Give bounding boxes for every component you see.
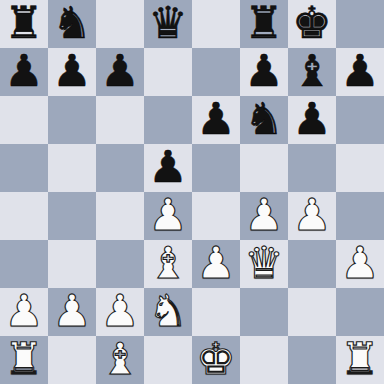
square-e5[interactable] xyxy=(192,144,240,192)
square-h5[interactable] xyxy=(336,144,384,192)
black-pawn[interactable]: ♟ xyxy=(4,47,43,95)
square-f5[interactable] xyxy=(240,144,288,192)
square-f4[interactable]: ♟ xyxy=(240,192,288,240)
square-d1[interactable] xyxy=(144,336,192,384)
square-h8[interactable] xyxy=(336,0,384,48)
white-bishop[interactable]: ♝ xyxy=(100,335,139,383)
square-f8[interactable]: ♜ xyxy=(240,0,288,48)
black-pawn[interactable]: ♟ xyxy=(52,47,91,95)
white-pawn[interactable]: ♟ xyxy=(4,287,43,335)
black-knight[interactable]: ♞ xyxy=(52,0,91,47)
white-rook[interactable]: ♜ xyxy=(340,335,379,383)
black-pawn[interactable]: ♟ xyxy=(100,47,139,95)
white-pawn[interactable]: ♟ xyxy=(148,191,187,239)
white-pawn[interactable]: ♟ xyxy=(52,287,91,335)
square-g1[interactable] xyxy=(288,336,336,384)
square-g8[interactable]: ♚ xyxy=(288,0,336,48)
square-f2[interactable] xyxy=(240,288,288,336)
square-g4[interactable]: ♟ xyxy=(288,192,336,240)
square-e2[interactable] xyxy=(192,288,240,336)
square-e4[interactable] xyxy=(192,192,240,240)
square-d5[interactable]: ♟ xyxy=(144,144,192,192)
square-c6[interactable] xyxy=(96,96,144,144)
black-queen[interactable]: ♛ xyxy=(148,0,187,47)
square-a6[interactable] xyxy=(0,96,48,144)
white-queen[interactable]: ♛ xyxy=(244,239,283,287)
white-pawn[interactable]: ♟ xyxy=(340,239,379,287)
square-c7[interactable]: ♟ xyxy=(96,48,144,96)
black-rook[interactable]: ♜ xyxy=(244,0,283,47)
square-c1[interactable]: ♝ xyxy=(96,336,144,384)
square-f3[interactable]: ♛ xyxy=(240,240,288,288)
square-h7[interactable]: ♟ xyxy=(336,48,384,96)
square-a2[interactable]: ♟ xyxy=(0,288,48,336)
square-h2[interactable] xyxy=(336,288,384,336)
white-pawn[interactable]: ♟ xyxy=(244,191,283,239)
square-b2[interactable]: ♟ xyxy=(48,288,96,336)
square-a5[interactable] xyxy=(0,144,48,192)
white-bishop[interactable]: ♝ xyxy=(148,239,187,287)
square-g3[interactable] xyxy=(288,240,336,288)
square-f7[interactable]: ♟ xyxy=(240,48,288,96)
square-e6[interactable]: ♟ xyxy=(192,96,240,144)
black-king[interactable]: ♚ xyxy=(292,0,331,47)
black-pawn[interactable]: ♟ xyxy=(340,47,379,95)
square-c8[interactable] xyxy=(96,0,144,48)
white-pawn[interactable]: ♟ xyxy=(196,239,235,287)
square-g5[interactable] xyxy=(288,144,336,192)
square-d3[interactable]: ♝ xyxy=(144,240,192,288)
square-b5[interactable] xyxy=(48,144,96,192)
black-pawn[interactable]: ♟ xyxy=(196,95,235,143)
square-a7[interactable]: ♟ xyxy=(0,48,48,96)
chess-board: ♜♞♛♜♚♟♟♟♟♝♟♟♞♟♟♟♟♟♝♟♛♟♟♟♟♞♜♝♚♜ xyxy=(0,0,384,384)
square-d2[interactable]: ♞ xyxy=(144,288,192,336)
square-c3[interactable] xyxy=(96,240,144,288)
square-e1[interactable]: ♚ xyxy=(192,336,240,384)
square-a3[interactable] xyxy=(0,240,48,288)
square-e7[interactable] xyxy=(192,48,240,96)
square-d6[interactable] xyxy=(144,96,192,144)
square-e3[interactable]: ♟ xyxy=(192,240,240,288)
square-b7[interactable]: ♟ xyxy=(48,48,96,96)
square-d8[interactable]: ♛ xyxy=(144,0,192,48)
black-rook[interactable]: ♜ xyxy=(4,0,43,47)
white-king[interactable]: ♚ xyxy=(196,335,235,383)
square-c2[interactable]: ♟ xyxy=(96,288,144,336)
square-b4[interactable] xyxy=(48,192,96,240)
square-h6[interactable] xyxy=(336,96,384,144)
white-rook[interactable]: ♜ xyxy=(4,335,43,383)
white-pawn[interactable]: ♟ xyxy=(100,287,139,335)
square-b1[interactable] xyxy=(48,336,96,384)
black-pawn[interactable]: ♟ xyxy=(292,95,331,143)
square-f6[interactable]: ♞ xyxy=(240,96,288,144)
square-g7[interactable]: ♝ xyxy=(288,48,336,96)
square-h3[interactable]: ♟ xyxy=(336,240,384,288)
white-pawn[interactable]: ♟ xyxy=(292,191,331,239)
square-c5[interactable] xyxy=(96,144,144,192)
square-a1[interactable]: ♜ xyxy=(0,336,48,384)
square-h4[interactable] xyxy=(336,192,384,240)
black-pawn[interactable]: ♟ xyxy=(148,143,187,191)
square-b8[interactable]: ♞ xyxy=(48,0,96,48)
square-g6[interactable]: ♟ xyxy=(288,96,336,144)
square-g2[interactable] xyxy=(288,288,336,336)
square-a4[interactable] xyxy=(0,192,48,240)
square-e8[interactable] xyxy=(192,0,240,48)
square-h1[interactable]: ♜ xyxy=(336,336,384,384)
black-bishop[interactable]: ♝ xyxy=(292,47,331,95)
square-d7[interactable] xyxy=(144,48,192,96)
square-c4[interactable] xyxy=(96,192,144,240)
square-f1[interactable] xyxy=(240,336,288,384)
square-a8[interactable]: ♜ xyxy=(0,0,48,48)
square-b6[interactable] xyxy=(48,96,96,144)
white-knight[interactable]: ♞ xyxy=(148,287,187,335)
black-pawn[interactable]: ♟ xyxy=(244,47,283,95)
square-d4[interactable]: ♟ xyxy=(144,192,192,240)
square-b3[interactable] xyxy=(48,240,96,288)
black-knight[interactable]: ♞ xyxy=(244,95,283,143)
